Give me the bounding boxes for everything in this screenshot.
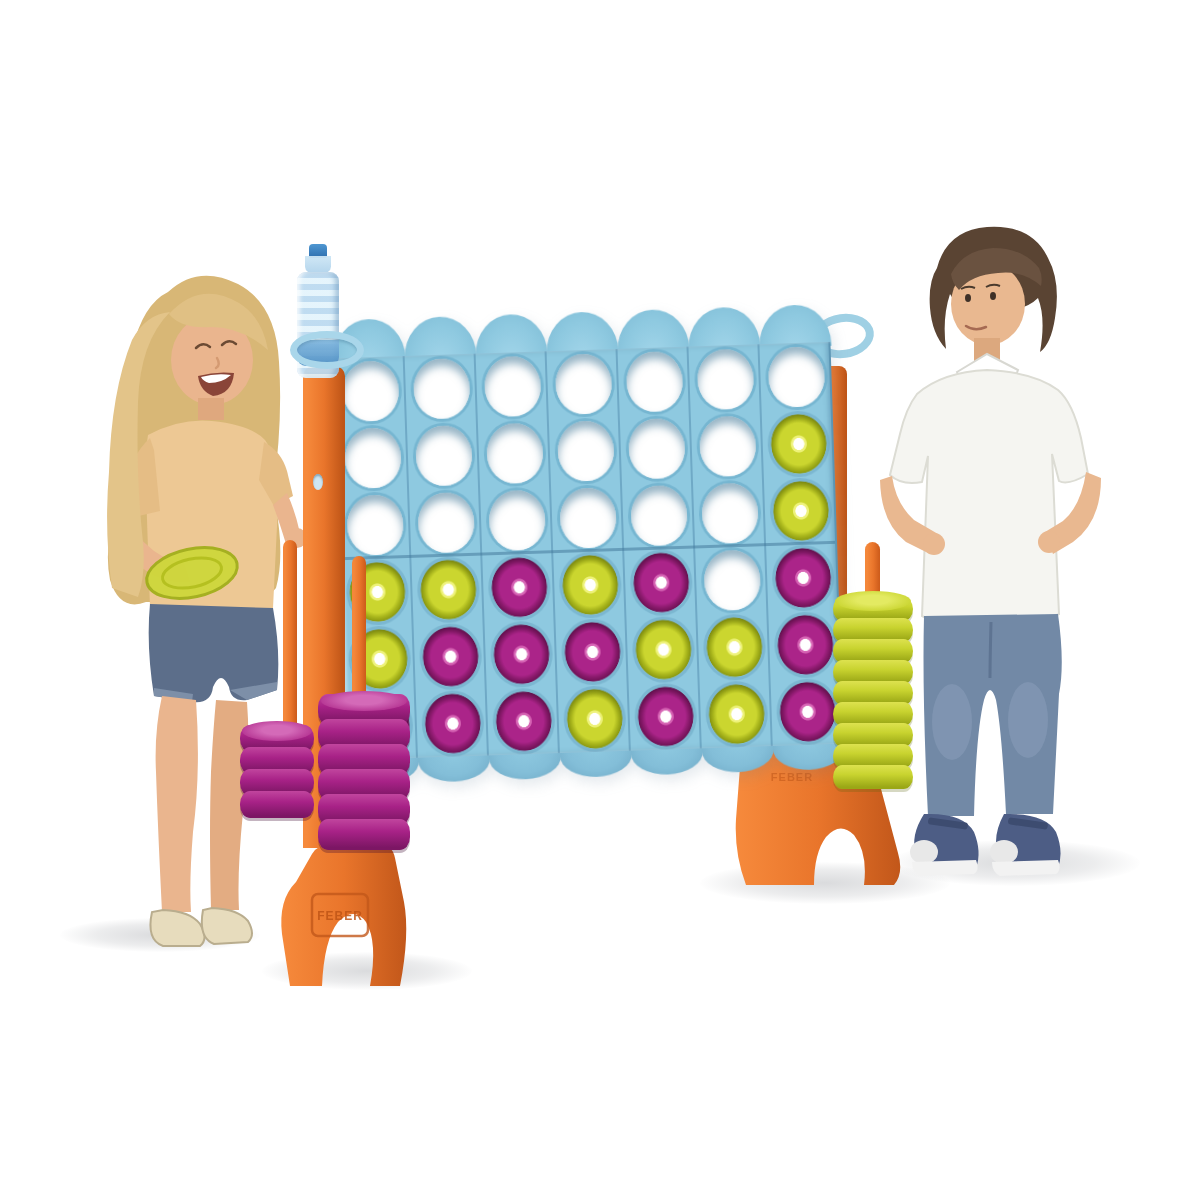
cell-r5c6 — [697, 612, 770, 681]
cell-r6c4 — [558, 684, 631, 753]
yellow-disc — [561, 554, 619, 616]
boy-left-sole — [912, 860, 978, 876]
cell-r5c7 — [768, 610, 841, 679]
board-bottom-bump — [488, 753, 561, 780]
cell-r6c2 — [416, 688, 489, 757]
cell-r4c6 — [695, 545, 768, 614]
yellow-disc — [705, 616, 763, 678]
spare-disc-pole-front-left — [283, 540, 297, 745]
cell-r6c6 — [700, 679, 773, 748]
cell-r2c2 — [407, 421, 480, 490]
empty-hole — [703, 549, 761, 611]
magenta-disc — [774, 547, 832, 609]
cell-r2c6 — [691, 411, 764, 480]
empty-hole — [344, 427, 402, 489]
cell-r1c7 — [759, 342, 832, 411]
boy-right-hand — [1038, 531, 1060, 553]
empty-hole — [341, 360, 399, 422]
board-bottom-bump — [701, 746, 774, 773]
embossed-logo-left: FEBER — [317, 909, 363, 923]
girl-right-shoe — [202, 908, 252, 944]
boy-knee-fade-right — [1008, 682, 1048, 758]
boy-left-toe-cap — [910, 840, 938, 864]
cell-r3c1 — [338, 490, 411, 559]
cell-r4c2 — [411, 555, 484, 624]
cell-r1c4 — [547, 349, 620, 418]
embossed-logo-right: FEBER — [771, 771, 813, 783]
magenta-disc — [423, 692, 481, 754]
empty-hole — [554, 353, 612, 415]
boy-right-sole — [992, 860, 1060, 876]
magenta-disc — [421, 625, 479, 687]
cell-r3c7 — [764, 476, 837, 545]
empty-hole — [696, 348, 754, 410]
empty-hole — [625, 350, 683, 412]
empty-hole — [767, 346, 825, 408]
boy-right-toe-cap — [990, 840, 1018, 864]
magenta-spare-disc — [318, 819, 410, 850]
empty-hole — [483, 355, 541, 417]
empty-hole — [630, 484, 688, 546]
magenta-disc — [632, 551, 690, 613]
post-screw — [313, 474, 323, 490]
magenta-disc — [776, 613, 834, 675]
left-foot: FEBER — [276, 838, 444, 990]
empty-hole — [627, 417, 685, 479]
empty-hole — [414, 424, 472, 486]
magenta-spare-disc — [240, 791, 314, 818]
empty-hole — [698, 415, 756, 477]
magenta-disc — [490, 556, 548, 618]
empty-hole — [485, 422, 543, 484]
cell-r5c3 — [484, 619, 557, 688]
cell-r3c2 — [409, 488, 482, 557]
cell-r2c4 — [549, 416, 622, 485]
magenta-disc — [563, 621, 621, 683]
empty-hole — [488, 489, 546, 551]
magenta-disc — [778, 680, 836, 742]
yellow-disc — [419, 558, 477, 620]
magenta-disc — [492, 623, 550, 685]
empty-hole — [559, 487, 617, 549]
empty-hole — [701, 482, 759, 544]
empty-hole — [412, 357, 470, 419]
boy-eye-right — [990, 292, 996, 300]
cell-r5c5 — [626, 614, 699, 683]
board-bottom-bump — [417, 755, 490, 782]
magenta-disc-stack-front-left — [240, 730, 314, 818]
boy-left-hand — [923, 533, 945, 555]
yellow-disc-stack-right — [833, 600, 913, 789]
cell-r1c2 — [405, 354, 478, 423]
cell-r1c5 — [618, 347, 691, 416]
board-bottom-bump — [559, 751, 632, 778]
boy-figure — [862, 222, 1132, 892]
cell-r3c4 — [551, 483, 624, 552]
girl-left-leg — [156, 696, 198, 912]
empty-hole — [417, 491, 475, 553]
magenta-disc — [494, 690, 552, 752]
board-bottom-bump — [630, 748, 703, 775]
cell-r2c7 — [762, 409, 835, 478]
boy-jeans-seam — [990, 622, 991, 678]
cell-r4c4 — [553, 550, 626, 619]
boy-eye-left — [965, 294, 971, 302]
yellow-disc — [771, 480, 829, 542]
cell-r2c5 — [620, 414, 693, 483]
cell-r1c3 — [476, 351, 549, 420]
cell-r6c3 — [487, 686, 560, 755]
yellow-disc — [634, 618, 692, 680]
cell-r3c5 — [622, 481, 695, 550]
girl-neck — [198, 398, 224, 420]
bottle-holder-ring — [290, 331, 364, 369]
yellow-disc — [707, 683, 765, 745]
empty-hole — [346, 494, 404, 556]
product-photo-scene: FEBER FEBER — [0, 0, 1200, 1200]
cell-r4c3 — [482, 552, 555, 621]
cell-r5c2 — [414, 621, 487, 690]
boy-knee-fade-left — [932, 684, 972, 760]
yellow-disc — [565, 687, 623, 749]
cell-r4c7 — [766, 543, 839, 612]
cell-r3c6 — [693, 478, 766, 547]
boy-polo-shirt — [890, 370, 1088, 630]
cell-r1c6 — [688, 344, 761, 413]
yellow-spare-disc — [833, 765, 913, 789]
cell-r6c5 — [629, 681, 702, 750]
cell-r2c1 — [336, 423, 409, 492]
yellow-disc — [769, 413, 827, 475]
cell-r4c5 — [624, 547, 697, 616]
cell-r3c3 — [480, 485, 553, 554]
magenta-disc — [636, 685, 694, 747]
cell-r2c3 — [478, 418, 551, 487]
empty-hole — [556, 420, 614, 482]
girl-left-shoe — [150, 910, 204, 946]
magenta-disc-stack-left — [318, 700, 410, 850]
cell-r5c4 — [555, 617, 628, 686]
